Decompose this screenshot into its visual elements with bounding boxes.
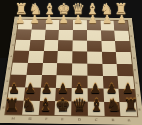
file-label-d: D [74,118,84,122]
piece-cell-e2: ♟ [57,13,72,26]
rank-label-right-5: 5 [133,67,137,74]
white-pawn-b2[interactable]: ♟ [102,14,112,25]
rank-label-right-3: 3 [131,44,134,50]
rank-label-right-4: 4 [132,55,136,61]
square-d5[interactable] [72,63,87,75]
black-rook-a8[interactable]: ♜ [123,97,138,114]
piece-cell-h8: ♜ [3,95,20,115]
square-c4[interactable] [87,52,102,64]
white-pawn-a2[interactable]: ♟ [117,14,127,25]
square-f3[interactable] [43,40,58,51]
square-d2[interactable] [73,30,87,41]
square-b2[interactable] [101,30,116,41]
piece-cell-f7: ♟ [39,81,55,96]
piece-cell-d7: ♟ [71,81,87,96]
file-label-h: H [8,117,19,121]
square-b4[interactable] [101,52,116,64]
square-f4[interactable] [43,51,58,63]
square-c5[interactable] [87,63,102,75]
white-pawn-e2[interactable]: ♟ [59,14,69,25]
square-g5[interactable] [26,62,42,74]
piece-cell-g7: ♟ [22,81,38,96]
square-d4[interactable] [72,52,87,64]
black-pawn-f7[interactable]: ♟ [41,82,53,95]
piece-cell-a2: ♟ [115,13,130,26]
square-a2[interactable] [114,31,129,42]
piece-cell-d8: ♛ [71,95,88,115]
file-labels-row: HGFEDCBA [4,115,138,124]
square-h3[interactable] [15,40,31,51]
square-h4[interactable] [13,51,29,63]
black-pawn-a7[interactable]: ♟ [122,82,134,95]
piece-cell-a8: ♜ [122,95,139,115]
square-c2[interactable] [87,30,101,41]
piece-cell-b8: ♞ [105,95,122,115]
square-g2[interactable] [30,30,45,41]
white-pawn-f2[interactable]: ♟ [44,14,54,25]
piece-cell-c8: ♝ [88,95,105,115]
square-g4[interactable] [28,51,44,63]
square-f2[interactable] [44,30,59,41]
black-bishop-f8[interactable]: ♝ [38,97,53,114]
piece-cell-c7: ♟ [87,81,103,96]
rank-label-right-1: 1 [129,23,132,29]
square-h5[interactable] [11,62,28,74]
black-rank-8-row: ♜♞♝♚♛♝♞♜ [0,95,142,115]
piece-cell-g2: ♟ [28,13,43,26]
black-knight-b8[interactable]: ♞ [106,97,121,114]
piece-cell-g8: ♞ [20,95,37,115]
piece-cell-e8: ♚ [54,95,71,115]
square-a4[interactable] [116,52,132,64]
black-bishop-c8[interactable]: ♝ [89,97,104,114]
square-c3[interactable] [87,41,102,52]
square-h2[interactable] [16,29,31,40]
black-knight-g8[interactable]: ♞ [21,97,36,114]
rank-label-left-2: 2 [13,32,17,38]
white-pawn-g2[interactable]: ♟ [30,14,40,25]
chess-photo-scene: HGFEDCBA 12345678 12345678 ♜♞♝♚♛♝♞♜♟♟♟♟♟… [0,0,142,125]
file-label-a: A [124,118,135,122]
square-a5[interactable] [117,64,133,76]
piece-cell-b7: ♟ [104,81,120,96]
piece-cell-a7: ♟ [120,81,136,96]
black-queen-d8[interactable]: ♛ [72,97,87,114]
white-pawn-h2[interactable]: ♟ [15,14,25,25]
rank-label-right-2: 2 [130,33,133,39]
square-d3[interactable] [72,41,87,52]
square-e3[interactable] [58,40,73,51]
piece-cell-h7: ♟ [6,81,22,96]
square-e5[interactable] [57,63,72,75]
square-g3[interactable] [29,40,44,51]
white-pawn-c2[interactable]: ♟ [88,14,98,25]
square-f5[interactable] [42,63,58,75]
file-label-f: F [41,117,52,121]
black-rook-h8[interactable]: ♜ [4,97,19,114]
white-pawn-d2[interactable]: ♟ [73,14,83,25]
rank-label-right-6: 6 [135,79,139,86]
square-b3[interactable] [101,41,116,52]
file-label-g: G [24,117,35,121]
piece-cell-e7: ♟ [55,81,71,96]
black-pawn-e7[interactable]: ♟ [57,82,69,95]
rank-label-left-3: 3 [11,42,15,48]
black-pawn-c7[interactable]: ♟ [90,82,102,95]
black-pawn-b7[interactable]: ♟ [106,82,118,95]
rank-label-left-5: 5 [7,65,11,72]
file-label-b: B [107,118,118,122]
black-pawn-d7[interactable]: ♟ [73,82,85,95]
piece-cell-c2: ♟ [86,13,101,26]
piece-cell-f8: ♝ [37,95,54,115]
rank-label-left-4: 4 [9,53,13,59]
square-e2[interactable] [59,30,73,41]
square-b5[interactable] [102,63,118,75]
black-king-e8[interactable]: ♚ [55,97,70,114]
square-a3[interactable] [115,41,130,52]
black-pawn-g7[interactable]: ♟ [25,82,37,95]
file-label-e: E [58,117,68,121]
file-label-c: C [91,118,101,122]
black-pawn-h7[interactable]: ♟ [8,82,20,95]
square-e4[interactable] [57,51,72,63]
